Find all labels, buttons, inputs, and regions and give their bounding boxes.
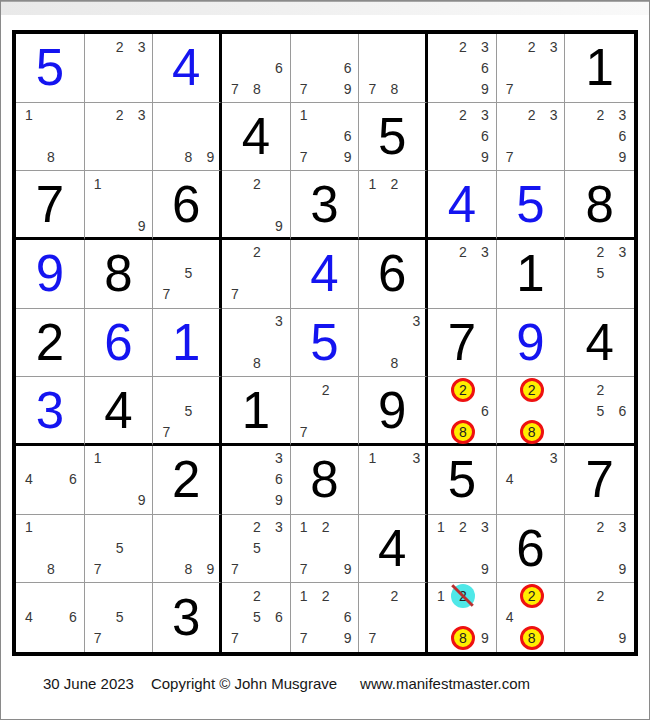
candidate-grid: 369 — [224, 448, 290, 511]
cell-r8c6[interactable]: 4 — [359, 515, 428, 584]
candidate-grid: 1289 — [430, 585, 496, 648]
candidate-grid: 1679 — [293, 105, 359, 168]
given-digit: 4 — [104, 385, 132, 436]
candidate-9: 9 — [337, 147, 359, 168]
cell-r2c5[interactable]: 1679 — [291, 103, 360, 172]
given-digit: 3 — [172, 592, 200, 643]
candidate-2: 2 — [109, 105, 131, 126]
cell-r3c6[interactable]: 12 — [359, 171, 428, 240]
candidate-2: 2 — [452, 379, 474, 400]
given-digit: 4 — [378, 523, 406, 574]
candidate-grid: 12679 — [293, 585, 359, 648]
candidate-3: 3 — [474, 517, 496, 538]
candidate-3: 3 — [611, 517, 633, 538]
candidate-3: 3 — [474, 105, 496, 126]
cell-r6c6[interactable]: 9 — [359, 377, 428, 446]
candidate-grid: 57 — [155, 379, 221, 442]
cell-r5c3[interactable]: 1 — [153, 309, 222, 378]
given-digit: 8 — [104, 248, 132, 299]
candidate-9: 9 — [337, 78, 359, 99]
candidate-3: 3 — [611, 242, 633, 263]
cell-r9c8[interactable]: 248 — [497, 583, 566, 652]
candidate-7: 7 — [87, 627, 109, 648]
candidate-8: 8 — [40, 559, 62, 580]
cell-r3c3[interactable]: 6 — [153, 171, 222, 240]
cell-r4c2[interactable]: 8 — [85, 240, 154, 309]
cell-r7c7[interactable]: 5 — [428, 446, 497, 515]
candidate-7: 7 — [155, 421, 177, 442]
cell-r1c1[interactable]: 5 — [16, 34, 85, 103]
given-digit: 1 — [242, 385, 270, 436]
given-digit: 7 — [36, 179, 64, 230]
candidate-9: 9 — [131, 215, 153, 236]
cell-r8c7[interactable]: 1239 — [428, 515, 497, 584]
cell-r9c9[interactable]: 29 — [565, 583, 634, 652]
given-digit: 1 — [516, 248, 544, 299]
cell-r2c8[interactable]: 237 — [497, 103, 566, 172]
candidate-grid: 12 — [361, 173, 427, 236]
footer-date: 30 June 2023 — [43, 675, 134, 692]
candidate-4: 4 — [18, 469, 40, 490]
candidate-grid: 46 — [18, 448, 84, 511]
candidate-9: 9 — [474, 559, 496, 580]
cell-r5c7[interactable]: 7 — [428, 309, 497, 378]
cell-r6c8[interactable]: 28 — [497, 377, 566, 446]
candidate-4: 4 — [18, 606, 40, 627]
candidate-grid: 29 — [567, 585, 633, 648]
given-digit: 6 — [378, 248, 406, 299]
candidate-grid: 239 — [567, 517, 633, 580]
candidate-grid: 23 — [87, 36, 153, 99]
candidate-6: 6 — [268, 606, 290, 627]
candidate-2: 2 — [589, 105, 611, 126]
given-digit: 7 — [585, 454, 613, 505]
cell-r4c5[interactable]: 4 — [291, 240, 360, 309]
given-digit: 5 — [378, 111, 406, 162]
footer: 30 June 2023Copyright © John Musgravewww… — [43, 675, 530, 692]
cell-r6c7[interactable]: 268 — [428, 377, 497, 446]
candidate-2: 2 — [315, 379, 337, 400]
candidate-1: 1 — [87, 173, 109, 194]
given-digit: 7 — [448, 317, 476, 368]
candidate-grid: 89 — [155, 517, 221, 580]
given-digit: 3 — [310, 179, 338, 230]
cell-r4c8[interactable]: 1 — [497, 240, 566, 309]
candidate-6: 6 — [62, 469, 84, 490]
solved-digit: 4 — [172, 42, 200, 93]
candidate-2: 2 — [452, 585, 474, 606]
candidate-1: 1 — [293, 105, 315, 126]
cell-r8c3[interactable]: 89 — [153, 515, 222, 584]
given-digit: 4 — [585, 317, 613, 368]
cell-r9c1[interactable]: 46 — [16, 583, 85, 652]
candidate-grid: 28 — [499, 379, 565, 442]
candidate-grid: 268 — [430, 379, 496, 442]
candidate-2: 2 — [383, 585, 405, 606]
candidate-1: 1 — [361, 173, 383, 194]
given-digit: 2 — [172, 454, 200, 505]
candidate-grid: 34 — [499, 448, 565, 511]
candidate-grid: 18 — [18, 517, 84, 580]
cell-r8c5[interactable]: 1279 — [291, 515, 360, 584]
candidate-5: 5 — [109, 538, 131, 559]
candidate-2: 2 — [109, 36, 131, 57]
candidate-9: 9 — [131, 490, 153, 511]
candidate-8: 8 — [452, 627, 474, 648]
cell-r7c1[interactable]: 46 — [16, 446, 85, 515]
candidate-2: 2 — [521, 585, 543, 606]
candidate-grid: 237 — [499, 36, 565, 99]
candidate-5: 5 — [109, 606, 131, 627]
candidate-grid: 2357 — [224, 517, 290, 580]
candidate-3: 3 — [268, 311, 290, 332]
candidate-grid: 27 — [293, 379, 359, 442]
cell-r5c8[interactable]: 9 — [497, 309, 566, 378]
candidate-9: 9 — [611, 147, 633, 168]
given-digit: 6 — [172, 179, 200, 230]
candidate-7: 7 — [87, 559, 109, 580]
candidate-2: 2 — [383, 173, 405, 194]
candidate-grid: 38 — [224, 311, 290, 374]
cell-r1c8[interactable]: 237 — [497, 34, 566, 103]
candidate-grid: 57 — [87, 585, 153, 648]
candidate-9: 9 — [337, 559, 359, 580]
candidate-3: 3 — [543, 36, 565, 57]
candidate-7: 7 — [293, 78, 315, 99]
candidate-5: 5 — [246, 538, 268, 559]
given-digit: 9 — [378, 385, 406, 436]
cell-r2c4[interactable]: 4 — [222, 103, 291, 172]
candidate-2: 2 — [589, 242, 611, 263]
candidate-grid: 248 — [499, 585, 565, 648]
candidate-grid: 678 — [224, 36, 290, 99]
candidate-6: 6 — [337, 126, 359, 147]
candidate-3: 3 — [268, 448, 290, 469]
candidate-grid: 27 — [224, 242, 290, 305]
candidate-7: 7 — [224, 284, 246, 305]
candidate-grid: 19 — [87, 173, 153, 236]
candidate-7: 7 — [224, 627, 246, 648]
candidate-7: 7 — [293, 147, 315, 168]
candidate-5: 5 — [177, 400, 199, 421]
footer-website: www.manifestmaster.com — [360, 675, 530, 692]
candidate-9: 9 — [337, 627, 359, 648]
cell-r4c9[interactable]: 235 — [565, 240, 634, 309]
candidate-grid: 2369 — [430, 36, 496, 99]
candidate-grid: 256 — [567, 379, 633, 442]
candidate-8: 8 — [452, 421, 474, 442]
candidate-3: 3 — [268, 517, 290, 538]
cell-r7c6[interactable]: 13 — [359, 446, 428, 515]
candidate-6: 6 — [337, 606, 359, 627]
candidate-grid: 237 — [499, 105, 565, 168]
cell-r2c7[interactable]: 2369 — [428, 103, 497, 172]
candidate-7: 7 — [224, 559, 246, 580]
candidate-5: 5 — [589, 400, 611, 421]
solved-digit: 9 — [36, 248, 64, 299]
candidate-7: 7 — [293, 627, 315, 648]
candidate-8: 8 — [521, 421, 543, 442]
candidate-grid: 679 — [293, 36, 359, 99]
candidate-7: 7 — [361, 78, 383, 99]
candidate-grid: 57 — [155, 242, 221, 305]
candidate-2: 2 — [315, 585, 337, 606]
candidate-6: 6 — [337, 57, 359, 78]
candidate-2: 2 — [452, 517, 474, 538]
cell-r6c2[interactable]: 4 — [85, 377, 154, 446]
candidate-3: 3 — [543, 105, 565, 126]
candidate-2: 2 — [521, 105, 543, 126]
solved-digit: 3 — [36, 385, 64, 436]
candidate-grid: 19 — [87, 448, 153, 511]
candidate-8: 8 — [177, 559, 199, 580]
candidate-7: 7 — [155, 284, 177, 305]
candidate-grid: 23 — [430, 242, 496, 305]
cell-r8c8[interactable]: 6 — [497, 515, 566, 584]
candidate-6: 6 — [62, 606, 84, 627]
candidate-8: 8 — [521, 627, 543, 648]
cell-r9c5[interactable]: 12679 — [291, 583, 360, 652]
cell-r5c5[interactable]: 5 — [291, 309, 360, 378]
candidate-2: 2 — [246, 585, 268, 606]
candidate-7: 7 — [293, 559, 315, 580]
highlight-circle: 8 — [451, 626, 475, 650]
cell-r5c6[interactable]: 38 — [359, 309, 428, 378]
cell-r7c5[interactable]: 8 — [291, 446, 360, 515]
candidate-3: 3 — [543, 448, 565, 469]
candidate-1: 1 — [430, 585, 452, 606]
eliminated-candidate-circle: 2 — [451, 584, 475, 608]
solved-digit: 4 — [448, 179, 476, 230]
candidate-4: 4 — [499, 469, 521, 490]
cell-r4c7[interactable]: 23 — [428, 240, 497, 309]
cell-r4c1[interactable]: 9 — [16, 240, 85, 309]
candidate-grid: 1239 — [430, 517, 496, 580]
highlight-circle: 8 — [520, 626, 544, 650]
solved-digit: 4 — [310, 248, 338, 299]
candidate-7: 7 — [499, 78, 521, 99]
candidate-grid: 29 — [224, 173, 290, 236]
given-digit: 6 — [516, 523, 544, 574]
cell-r9c2[interactable]: 57 — [85, 583, 154, 652]
cell-r8c1[interactable]: 18 — [16, 515, 85, 584]
candidate-4: 4 — [499, 606, 521, 627]
cell-r1c6[interactable]: 78 — [359, 34, 428, 103]
given-digit: 8 — [585, 179, 613, 230]
highlight-circle: 8 — [520, 420, 544, 444]
candidate-grid: 18 — [18, 105, 84, 168]
candidate-9: 9 — [268, 490, 290, 511]
candidate-grid: 27 — [361, 585, 427, 648]
cell-r7c3[interactable]: 2 — [153, 446, 222, 515]
cell-r6c9[interactable]: 256 — [565, 377, 634, 446]
cell-r6c5[interactable]: 27 — [291, 377, 360, 446]
candidate-grid: 1279 — [293, 517, 359, 580]
candidate-6: 6 — [611, 126, 633, 147]
cell-r8c9[interactable]: 239 — [565, 515, 634, 584]
candidate-5: 5 — [589, 263, 611, 284]
candidate-3: 3 — [405, 311, 427, 332]
highlight-circle: 2 — [451, 378, 475, 402]
candidate-3: 3 — [474, 36, 496, 57]
candidate-3: 3 — [131, 105, 153, 126]
candidate-grid: 23 — [87, 105, 153, 168]
candidate-grid: 2567 — [224, 585, 290, 648]
candidate-2: 2 — [521, 36, 543, 57]
cell-r3c8[interactable]: 5 — [497, 171, 566, 240]
candidate-grid: 13 — [361, 448, 427, 511]
cell-r9c7[interactable]: 1289 — [428, 583, 497, 652]
candidate-1: 1 — [293, 585, 315, 606]
candidate-1: 1 — [18, 105, 40, 126]
given-digit: 2 — [36, 317, 64, 368]
candidate-9: 9 — [199, 559, 221, 580]
cell-r7c9[interactable]: 7 — [565, 446, 634, 515]
candidate-2: 2 — [589, 585, 611, 606]
candidate-6: 6 — [611, 400, 633, 421]
candidate-2: 2 — [246, 173, 268, 194]
candidate-grid: 78 — [361, 36, 427, 99]
highlight-circle: 2 — [520, 378, 544, 402]
candidate-9: 9 — [611, 559, 633, 580]
candidate-6: 6 — [268, 469, 290, 490]
solved-digit: 1 — [172, 317, 200, 368]
candidate-9: 9 — [474, 78, 496, 99]
footer-copyright: Copyright © John Musgrave — [151, 675, 337, 692]
cell-r5c4[interactable]: 38 — [222, 309, 291, 378]
given-digit: 4 — [242, 111, 270, 162]
cell-r1c4[interactable]: 678 — [222, 34, 291, 103]
cell-r6c3[interactable]: 57 — [153, 377, 222, 446]
cell-r2c3[interactable]: 89 — [153, 103, 222, 172]
cell-r1c9[interactable]: 1 — [565, 34, 634, 103]
candidate-8: 8 — [177, 147, 199, 168]
cell-r4c4[interactable]: 27 — [222, 240, 291, 309]
cell-r5c1[interactable]: 2 — [16, 309, 85, 378]
cell-r7c4[interactable]: 369 — [222, 446, 291, 515]
highlight-circle: 2 — [520, 584, 544, 608]
cell-r2c2[interactable]: 23 — [85, 103, 154, 172]
candidate-9: 9 — [268, 215, 290, 236]
candidate-1: 1 — [293, 517, 315, 538]
candidate-3: 3 — [611, 105, 633, 126]
candidate-2: 2 — [246, 242, 268, 263]
solved-digit: 9 — [516, 317, 544, 368]
candidate-5: 5 — [246, 606, 268, 627]
cell-r2c6[interactable]: 5 — [359, 103, 428, 172]
candidate-6: 6 — [474, 400, 496, 421]
cell-r4c3[interactable]: 57 — [153, 240, 222, 309]
candidate-3: 3 — [131, 36, 153, 57]
candidate-6: 6 — [474, 126, 496, 147]
cell-r1c3[interactable]: 4 — [153, 34, 222, 103]
candidate-8: 8 — [383, 78, 405, 99]
candidate-2: 2 — [452, 242, 474, 263]
sudoku-board: 5234678679782369237118238941679523692372… — [12, 30, 638, 656]
candidate-1: 1 — [18, 517, 40, 538]
given-digit: 1 — [585, 42, 613, 93]
candidate-2: 2 — [452, 36, 474, 57]
candidate-9: 9 — [611, 627, 633, 648]
candidate-9: 9 — [474, 627, 496, 648]
cell-r9c3[interactable]: 3 — [153, 583, 222, 652]
candidate-1: 1 — [430, 517, 452, 538]
candidate-1: 1 — [87, 448, 109, 469]
candidate-7: 7 — [293, 421, 315, 442]
cell-r9c6[interactable]: 27 — [359, 583, 428, 652]
candidate-9: 9 — [199, 147, 221, 168]
given-digit: 8 — [310, 454, 338, 505]
cell-r3c7[interactable]: 4 — [428, 171, 497, 240]
cell-r7c2[interactable]: 19 — [85, 446, 154, 515]
candidate-8: 8 — [246, 353, 268, 374]
cell-r4c6[interactable]: 6 — [359, 240, 428, 309]
candidate-8: 8 — [383, 353, 405, 374]
cell-r1c2[interactable]: 23 — [85, 34, 154, 103]
solved-digit: 5 — [36, 42, 64, 93]
candidate-2: 2 — [452, 105, 474, 126]
candidate-7: 7 — [361, 627, 383, 648]
candidate-grid: 57 — [87, 517, 153, 580]
window-top-bar — [0, 0, 650, 15]
cell-r2c9[interactable]: 2369 — [565, 103, 634, 172]
candidate-8: 8 — [40, 147, 62, 168]
candidate-3: 3 — [405, 448, 427, 469]
cell-r3c4[interactable]: 29 — [222, 171, 291, 240]
cell-r7c8[interactable]: 34 — [497, 446, 566, 515]
cell-r2c1[interactable]: 18 — [16, 103, 85, 172]
candidate-7: 7 — [224, 78, 246, 99]
solved-digit: 5 — [310, 317, 338, 368]
candidate-grid: 2369 — [567, 105, 633, 168]
cell-r9c4[interactable]: 2567 — [222, 583, 291, 652]
given-digit: 5 — [448, 454, 476, 505]
cell-r5c2[interactable]: 6 — [85, 309, 154, 378]
candidate-grid: 46 — [18, 585, 84, 648]
candidate-7: 7 — [499, 147, 521, 168]
candidate-6: 6 — [268, 57, 290, 78]
candidate-3: 3 — [474, 242, 496, 263]
candidate-grid: 2369 — [430, 105, 496, 168]
candidate-1: 1 — [361, 448, 383, 469]
candidate-grid: 89 — [155, 105, 221, 168]
cell-r8c4[interactable]: 2357 — [222, 515, 291, 584]
candidate-2: 2 — [521, 379, 543, 400]
highlight-circle: 8 — [451, 420, 475, 444]
solved-digit: 6 — [104, 317, 132, 368]
cell-r1c7[interactable]: 2369 — [428, 34, 497, 103]
cell-r6c4[interactable]: 1 — [222, 377, 291, 446]
candidate-grid: 38 — [361, 311, 427, 374]
cell-r1c5[interactable]: 679 — [291, 34, 360, 103]
cell-r5c9[interactable]: 4 — [565, 309, 634, 378]
candidate-2: 2 — [589, 379, 611, 400]
solved-digit: 5 — [516, 179, 544, 230]
cell-r8c2[interactable]: 57 — [85, 515, 154, 584]
candidate-9: 9 — [474, 147, 496, 168]
candidate-2: 2 — [315, 517, 337, 538]
cell-r6c1[interactable]: 3 — [16, 377, 85, 446]
candidate-2: 2 — [246, 517, 268, 538]
cell-r3c5[interactable]: 3 — [291, 171, 360, 240]
cell-r3c1[interactable]: 7 — [16, 171, 85, 240]
candidate-2: 2 — [589, 517, 611, 538]
cell-r3c9[interactable]: 8 — [565, 171, 634, 240]
candidate-8: 8 — [246, 78, 268, 99]
candidate-grid: 235 — [567, 242, 633, 305]
cell-r3c2[interactable]: 19 — [85, 171, 154, 240]
candidate-5: 5 — [177, 263, 199, 284]
